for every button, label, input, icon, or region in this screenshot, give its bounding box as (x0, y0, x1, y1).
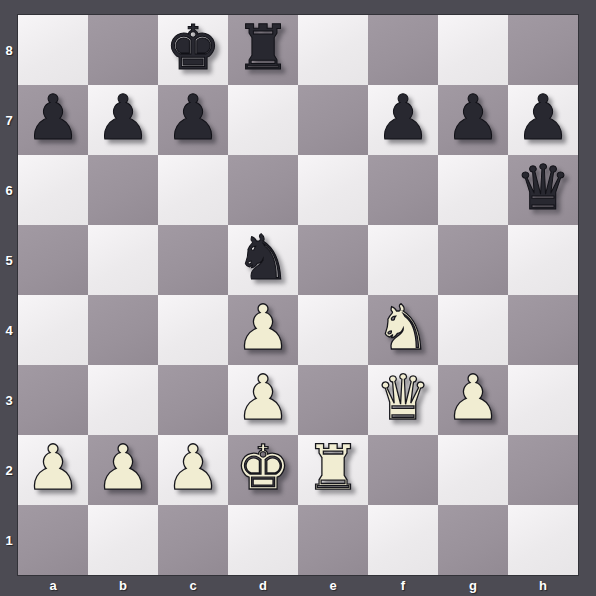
square-c3[interactable] (158, 365, 228, 435)
square-c2[interactable]: ♟ (158, 435, 228, 505)
square-b2[interactable]: ♟ (88, 435, 158, 505)
square-g2[interactable] (438, 435, 508, 505)
rank-label-8: 8 (0, 15, 18, 85)
square-h8[interactable] (508, 15, 578, 85)
square-c8[interactable]: ♚ (158, 15, 228, 85)
square-d5[interactable]: ♞ (228, 225, 298, 295)
black-king[interactable]: ♚ (165, 17, 221, 79)
square-d7[interactable] (228, 85, 298, 155)
square-g4[interactable] (438, 295, 508, 365)
black-pawn[interactable]: ♟ (375, 87, 431, 149)
square-a8[interactable] (18, 15, 88, 85)
square-g6[interactable] (438, 155, 508, 225)
square-b4[interactable] (88, 295, 158, 365)
square-h1[interactable] (508, 505, 578, 575)
white-king[interactable]: ♚ (235, 437, 291, 499)
square-h3[interactable] (508, 365, 578, 435)
square-c5[interactable] (158, 225, 228, 295)
square-c4[interactable] (158, 295, 228, 365)
square-b8[interactable] (88, 15, 158, 85)
square-f6[interactable] (368, 155, 438, 225)
square-e4[interactable] (298, 295, 368, 365)
square-e5[interactable] (298, 225, 368, 295)
square-f3[interactable]: ♛ (368, 365, 438, 435)
white-rook[interactable]: ♜ (305, 437, 361, 499)
square-e1[interactable] (298, 505, 368, 575)
black-queen[interactable]: ♛ (515, 157, 571, 219)
black-pawn[interactable]: ♟ (165, 87, 221, 149)
square-h4[interactable] (508, 295, 578, 365)
square-f2[interactable] (368, 435, 438, 505)
square-b7[interactable]: ♟ (88, 85, 158, 155)
square-b3[interactable] (88, 365, 158, 435)
file-labels: abcdefgh (18, 575, 578, 596)
white-pawn[interactable]: ♟ (235, 297, 291, 359)
square-a5[interactable] (18, 225, 88, 295)
square-c1[interactable] (158, 505, 228, 575)
black-pawn[interactable]: ♟ (515, 87, 571, 149)
white-pawn[interactable]: ♟ (445, 367, 501, 429)
rank-label-5: 5 (0, 225, 18, 295)
black-knight[interactable]: ♞ (235, 227, 291, 289)
black-pawn[interactable]: ♟ (25, 87, 81, 149)
square-h5[interactable] (508, 225, 578, 295)
file-label-b: b (88, 575, 158, 596)
square-d8[interactable]: ♜ (228, 15, 298, 85)
square-a2[interactable]: ♟ (18, 435, 88, 505)
square-a7[interactable]: ♟ (18, 85, 88, 155)
square-e6[interactable] (298, 155, 368, 225)
square-g1[interactable] (438, 505, 508, 575)
chess-board-frame: 87654321 abcdefgh ♚♜♟♟♟♟♟♟♛♞♟♞♟♛♟♟♟♟♚♜ (0, 0, 596, 596)
square-g8[interactable] (438, 15, 508, 85)
white-pawn[interactable]: ♟ (165, 437, 221, 499)
rank-label-4: 4 (0, 295, 18, 365)
square-f8[interactable] (368, 15, 438, 85)
black-pawn[interactable]: ♟ (445, 87, 501, 149)
file-label-h: h (508, 575, 578, 596)
white-pawn[interactable]: ♟ (25, 437, 81, 499)
square-a6[interactable] (18, 155, 88, 225)
square-g5[interactable] (438, 225, 508, 295)
black-rook[interactable]: ♜ (235, 17, 291, 79)
square-c7[interactable]: ♟ (158, 85, 228, 155)
square-d2[interactable]: ♚ (228, 435, 298, 505)
square-e7[interactable] (298, 85, 368, 155)
rank-labels: 87654321 (0, 15, 18, 575)
file-label-d: d (228, 575, 298, 596)
square-b6[interactable] (88, 155, 158, 225)
square-e8[interactable] (298, 15, 368, 85)
rank-label-3: 3 (0, 365, 18, 435)
square-e3[interactable] (298, 365, 368, 435)
square-g7[interactable]: ♟ (438, 85, 508, 155)
square-h2[interactable] (508, 435, 578, 505)
square-f5[interactable] (368, 225, 438, 295)
square-b1[interactable] (88, 505, 158, 575)
white-queen[interactable]: ♛ (375, 367, 431, 429)
rank-label-1: 1 (0, 505, 18, 575)
square-f1[interactable] (368, 505, 438, 575)
white-pawn[interactable]: ♟ (235, 367, 291, 429)
square-d6[interactable] (228, 155, 298, 225)
square-f4[interactable]: ♞ (368, 295, 438, 365)
square-b5[interactable] (88, 225, 158, 295)
chess-board: ♚♜♟♟♟♟♟♟♛♞♟♞♟♛♟♟♟♟♚♜ (18, 15, 578, 575)
white-knight[interactable]: ♞ (375, 297, 431, 359)
white-pawn[interactable]: ♟ (95, 437, 151, 499)
square-c6[interactable] (158, 155, 228, 225)
square-g3[interactable]: ♟ (438, 365, 508, 435)
black-pawn[interactable]: ♟ (95, 87, 151, 149)
file-label-c: c (158, 575, 228, 596)
square-d1[interactable] (228, 505, 298, 575)
square-a3[interactable] (18, 365, 88, 435)
file-label-f: f (368, 575, 438, 596)
file-label-a: a (18, 575, 88, 596)
square-a4[interactable] (18, 295, 88, 365)
square-h7[interactable]: ♟ (508, 85, 578, 155)
square-a1[interactable] (18, 505, 88, 575)
square-e2[interactable]: ♜ (298, 435, 368, 505)
square-f7[interactable]: ♟ (368, 85, 438, 155)
file-label-e: e (298, 575, 368, 596)
file-label-g: g (438, 575, 508, 596)
square-d4[interactable]: ♟ (228, 295, 298, 365)
rank-label-7: 7 (0, 85, 18, 155)
square-h6[interactable]: ♛ (508, 155, 578, 225)
rank-label-6: 6 (0, 155, 18, 225)
rank-label-2: 2 (0, 435, 18, 505)
square-d3[interactable]: ♟ (228, 365, 298, 435)
